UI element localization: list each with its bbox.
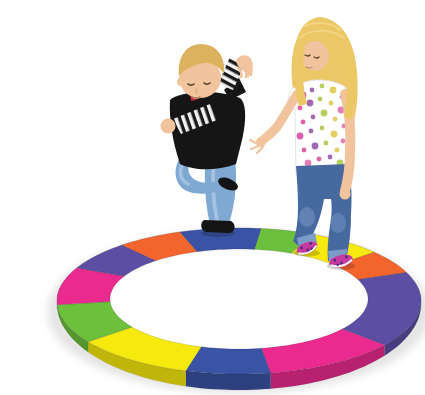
polka-dot [305,160,312,167]
polka-dot [321,110,328,117]
polka-dot [331,131,338,138]
polka-dot [330,87,337,94]
polka-dot [333,117,338,122]
polka-dot [311,115,316,120]
scene-illustration [0,0,425,395]
polka-dot [320,84,325,89]
polka-dot [307,100,314,107]
girl-arm-left [263,94,297,140]
polka-dot [324,141,329,146]
girl-face [301,41,329,71]
polka-dot [298,106,303,111]
polka-dot [302,148,307,153]
boy-planted-shoe [201,220,234,233]
polka-dot [341,139,346,144]
polka-dot [309,129,314,134]
polka-dot [310,88,315,93]
photo-stage [0,0,425,395]
boy-fist [161,119,176,134]
polka-dot [318,97,323,102]
girl-hand-right [340,189,351,200]
girl-jeans-knee-right [330,213,346,233]
polka-dot [320,126,325,131]
polka-dot [317,157,322,162]
balance-ring [57,228,421,374]
polka-dot [335,148,340,153]
polka-dot [328,155,333,160]
polka-dot [301,120,306,125]
boy-figure [161,44,253,237]
polka-dot [312,143,319,150]
girl-jeans-knee-left [299,207,315,227]
polka-dot [329,101,334,106]
polka-dot [297,133,304,140]
